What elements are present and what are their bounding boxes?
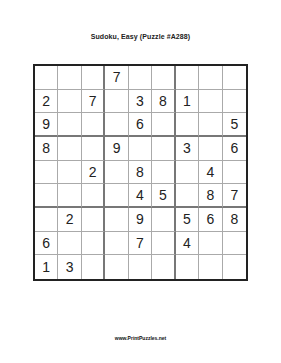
- sudoku-cell-r5c7: [176, 161, 199, 185]
- sudoku-cell-r3c9: 5: [223, 113, 246, 137]
- sudoku-cell-r5c8: 4: [199, 161, 222, 185]
- sudoku-cell-r1c3: [82, 66, 105, 90]
- sudoku-cell-r4c9: 6: [223, 137, 246, 161]
- sudoku-cell-r8c1: 6: [35, 232, 58, 256]
- sudoku-cell-r3c8: [199, 113, 222, 137]
- sudoku-board: 727381965893628445872956867413: [33, 64, 248, 281]
- sudoku-cell-r4c8: [199, 137, 222, 161]
- sudoku-cell-r2c7: 1: [176, 90, 199, 114]
- sudoku-cell-r5c6: [152, 161, 175, 185]
- printable-puzzle-page: Sudoku, Easy (Puzzle #A288) 727381965893…: [0, 0, 281, 363]
- sudoku-cell-r1c7: [176, 66, 199, 90]
- sudoku-cell-r7c6: [152, 208, 175, 232]
- sudoku-cell-r4c1: 8: [35, 137, 58, 161]
- sudoku-cell-r8c8: [199, 232, 222, 256]
- sudoku-cell-r2c8: [199, 90, 222, 114]
- sudoku-cell-r7c9: 8: [223, 208, 246, 232]
- sudoku-cell-r3c5: 6: [129, 113, 152, 137]
- sudoku-cell-r7c4: [105, 208, 128, 232]
- sudoku-cell-r9c8: [199, 255, 222, 279]
- sudoku-cell-r7c7: 5: [176, 208, 199, 232]
- sudoku-cell-r1c2: [58, 66, 81, 90]
- sudoku-cell-r4c5: [129, 137, 152, 161]
- sudoku-cell-r5c2: [58, 161, 81, 185]
- sudoku-cell-r1c9: [223, 66, 246, 90]
- sudoku-cell-r3c7: [176, 113, 199, 137]
- sudoku-cell-r6c1: [35, 184, 58, 208]
- sudoku-cell-r9c4: [105, 255, 128, 279]
- sudoku-cell-r7c5: 9: [129, 208, 152, 232]
- sudoku-cell-r5c3: 2: [82, 161, 105, 185]
- sudoku-cell-r1c5: [129, 66, 152, 90]
- sudoku-cell-r5c4: [105, 161, 128, 185]
- sudoku-cell-r9c2: 3: [58, 255, 81, 279]
- sudoku-cell-r2c2: [58, 90, 81, 114]
- sudoku-cell-r3c4: [105, 113, 128, 137]
- sudoku-cell-r1c6: [152, 66, 175, 90]
- sudoku-cell-r6c3: [82, 184, 105, 208]
- footer-url: www.PrintPuzzles.net: [0, 335, 281, 341]
- sudoku-cell-r3c3: [82, 113, 105, 137]
- sudoku-cell-r7c2: 2: [58, 208, 81, 232]
- sudoku-cell-r6c5: 4: [129, 184, 152, 208]
- sudoku-cell-r6c7: [176, 184, 199, 208]
- sudoku-cell-r3c6: [152, 113, 175, 137]
- sudoku-cell-r9c7: [176, 255, 199, 279]
- sudoku-cell-r5c1: [35, 161, 58, 185]
- sudoku-cell-r2c5: 3: [129, 90, 152, 114]
- sudoku-cell-r4c7: 3: [176, 137, 199, 161]
- sudoku-cell-r5c5: 8: [129, 161, 152, 185]
- sudoku-cell-r2c4: [105, 90, 128, 114]
- sudoku-cell-r9c9: [223, 255, 246, 279]
- sudoku-cell-r8c4: [105, 232, 128, 256]
- sudoku-cell-r5c9: [223, 161, 246, 185]
- sudoku-cell-r3c1: 9: [35, 113, 58, 137]
- sudoku-cell-r2c9: [223, 90, 246, 114]
- sudoku-cell-r9c1: 1: [35, 255, 58, 279]
- sudoku-cell-r8c5: 7: [129, 232, 152, 256]
- sudoku-cell-r6c6: 5: [152, 184, 175, 208]
- sudoku-cell-r6c9: 7: [223, 184, 246, 208]
- sudoku-cell-r8c3: [82, 232, 105, 256]
- sudoku-cell-r9c6: [152, 255, 175, 279]
- sudoku-cell-r7c3: [82, 208, 105, 232]
- sudoku-cell-r7c8: 6: [199, 208, 222, 232]
- sudoku-cell-r8c9: [223, 232, 246, 256]
- sudoku-cell-r9c5: [129, 255, 152, 279]
- puzzle-title: Sudoku, Easy (Puzzle #A288): [0, 33, 281, 40]
- sudoku-cell-r1c1: [35, 66, 58, 90]
- sudoku-cell-r6c4: [105, 184, 128, 208]
- sudoku-cell-r8c2: [58, 232, 81, 256]
- sudoku-cell-r6c8: 8: [199, 184, 222, 208]
- sudoku-cell-r3c2: [58, 113, 81, 137]
- sudoku-cell-r8c7: 4: [176, 232, 199, 256]
- sudoku-cell-r6c2: [58, 184, 81, 208]
- sudoku-cell-r2c3: 7: [82, 90, 105, 114]
- sudoku-cell-r2c1: 2: [35, 90, 58, 114]
- sudoku-cell-r4c2: [58, 137, 81, 161]
- sudoku-cell-r4c3: [82, 137, 105, 161]
- sudoku-cell-r4c6: [152, 137, 175, 161]
- sudoku-cell-r1c4: 7: [105, 66, 128, 90]
- sudoku-cell-r9c3: [82, 255, 105, 279]
- sudoku-cell-r4c4: 9: [105, 137, 128, 161]
- sudoku-cell-r7c1: [35, 208, 58, 232]
- sudoku-cell-r1c8: [199, 66, 222, 90]
- sudoku-cell-r8c6: [152, 232, 175, 256]
- sudoku-cell-r2c6: 8: [152, 90, 175, 114]
